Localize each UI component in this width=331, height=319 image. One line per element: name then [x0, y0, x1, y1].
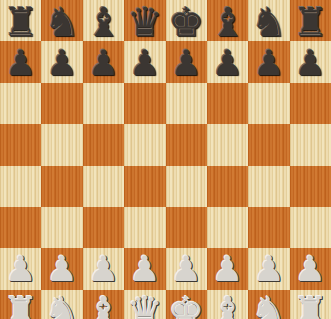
black-knight: ♞ — [44, 2, 80, 42]
square-b5[interactable] — [41, 124, 82, 165]
black-pawn: ♟ — [253, 46, 284, 81]
square-d2[interactable]: ♟ — [124, 248, 165, 289]
white-knight: ♞ — [44, 291, 80, 319]
square-e2[interactable]: ♟ — [166, 248, 207, 289]
square-b2[interactable]: ♟ — [41, 248, 82, 289]
white-pawn: ♟ — [253, 252, 284, 287]
square-e8[interactable]: ♚ — [166, 0, 207, 41]
square-b6[interactable] — [41, 83, 82, 124]
square-b3[interactable] — [41, 207, 82, 248]
square-c3[interactable] — [83, 207, 124, 248]
square-a8[interactable]: ♜ — [0, 0, 41, 41]
square-g7[interactable]: ♟ — [248, 41, 289, 82]
square-b4[interactable] — [41, 166, 82, 207]
square-g5[interactable] — [248, 124, 289, 165]
square-f4[interactable] — [207, 166, 248, 207]
square-d8[interactable]: ♛ — [124, 0, 165, 41]
black-pawn: ♟ — [212, 46, 243, 81]
square-c5[interactable] — [83, 124, 124, 165]
square-d7[interactable]: ♟ — [124, 41, 165, 82]
square-g2[interactable]: ♟ — [248, 248, 289, 289]
square-d1[interactable]: ♛ — [124, 290, 165, 319]
square-c6[interactable] — [83, 83, 124, 124]
square-h1[interactable]: ♜ — [290, 290, 331, 319]
square-h7[interactable]: ♟ — [290, 41, 331, 82]
square-e5[interactable] — [166, 124, 207, 165]
black-rook: ♜ — [3, 2, 39, 42]
black-bishop: ♝ — [86, 2, 122, 42]
white-knight: ♞ — [251, 291, 287, 319]
square-c4[interactable] — [83, 166, 124, 207]
square-f5[interactable] — [207, 124, 248, 165]
black-pawn: ♟ — [88, 46, 119, 81]
square-a5[interactable] — [0, 124, 41, 165]
white-pawn: ♟ — [46, 252, 77, 287]
square-e4[interactable] — [166, 166, 207, 207]
square-a2[interactable]: ♟ — [0, 248, 41, 289]
square-e7[interactable]: ♟ — [166, 41, 207, 82]
square-a7[interactable]: ♟ — [0, 41, 41, 82]
square-d4[interactable] — [124, 166, 165, 207]
square-e1[interactable]: ♚ — [166, 290, 207, 319]
chess-board: ♜♞♝♛♚♝♞♜♟♟♟♟♟♟♟♟♟♟♟♟♟♟♟♟♜♞♝♛♚♝♞♜ — [0, 0, 331, 319]
square-f2[interactable]: ♟ — [207, 248, 248, 289]
white-pawn: ♟ — [129, 252, 160, 287]
white-pawn: ♟ — [5, 252, 36, 287]
square-d6[interactable] — [124, 83, 165, 124]
black-pawn: ♟ — [46, 46, 77, 81]
black-pawn: ♟ — [170, 46, 201, 81]
black-pawn: ♟ — [129, 46, 160, 81]
square-f8[interactable]: ♝ — [207, 0, 248, 41]
square-c8[interactable]: ♝ — [83, 0, 124, 41]
square-h5[interactable] — [290, 124, 331, 165]
square-h2[interactable]: ♟ — [290, 248, 331, 289]
square-c1[interactable]: ♝ — [83, 290, 124, 319]
white-bishop: ♝ — [210, 291, 246, 319]
square-d3[interactable] — [124, 207, 165, 248]
square-g8[interactable]: ♞ — [248, 0, 289, 41]
square-a1[interactable]: ♜ — [0, 290, 41, 319]
black-knight: ♞ — [251, 2, 287, 42]
square-a6[interactable] — [0, 83, 41, 124]
square-h3[interactable] — [290, 207, 331, 248]
black-pawn: ♟ — [5, 46, 36, 81]
white-pawn: ♟ — [170, 252, 201, 287]
black-king: ♚ — [168, 2, 204, 42]
square-b7[interactable]: ♟ — [41, 41, 82, 82]
white-bishop: ♝ — [86, 291, 122, 319]
board-viewport: ♜♞♝♛♚♝♞♜♟♟♟♟♟♟♟♟♟♟♟♟♟♟♟♟♜♞♝♛♚♝♞♜ — [0, 0, 331, 319]
square-c7[interactable]: ♟ — [83, 41, 124, 82]
square-h8[interactable]: ♜ — [290, 0, 331, 41]
square-f6[interactable] — [207, 83, 248, 124]
square-e3[interactable] — [166, 207, 207, 248]
square-g3[interactable] — [248, 207, 289, 248]
black-bishop: ♝ — [210, 2, 246, 42]
white-queen: ♛ — [127, 291, 163, 319]
square-h6[interactable] — [290, 83, 331, 124]
square-g6[interactable] — [248, 83, 289, 124]
black-rook: ♜ — [292, 2, 328, 42]
square-c2[interactable]: ♟ — [83, 248, 124, 289]
white-pawn: ♟ — [88, 252, 119, 287]
square-f3[interactable] — [207, 207, 248, 248]
square-f7[interactable]: ♟ — [207, 41, 248, 82]
white-king: ♚ — [168, 291, 204, 319]
square-d5[interactable] — [124, 124, 165, 165]
black-pawn: ♟ — [295, 46, 326, 81]
square-a4[interactable] — [0, 166, 41, 207]
square-g1[interactable]: ♞ — [248, 290, 289, 319]
white-pawn: ♟ — [212, 252, 243, 287]
square-f1[interactable]: ♝ — [207, 290, 248, 319]
white-pawn: ♟ — [295, 252, 326, 287]
white-rook: ♜ — [3, 291, 39, 319]
square-b1[interactable]: ♞ — [41, 290, 82, 319]
square-e6[interactable] — [166, 83, 207, 124]
square-g4[interactable] — [248, 166, 289, 207]
white-rook: ♜ — [292, 291, 328, 319]
square-b8[interactable]: ♞ — [41, 0, 82, 41]
square-a3[interactable] — [0, 207, 41, 248]
black-queen: ♛ — [127, 2, 163, 42]
square-h4[interactable] — [290, 166, 331, 207]
